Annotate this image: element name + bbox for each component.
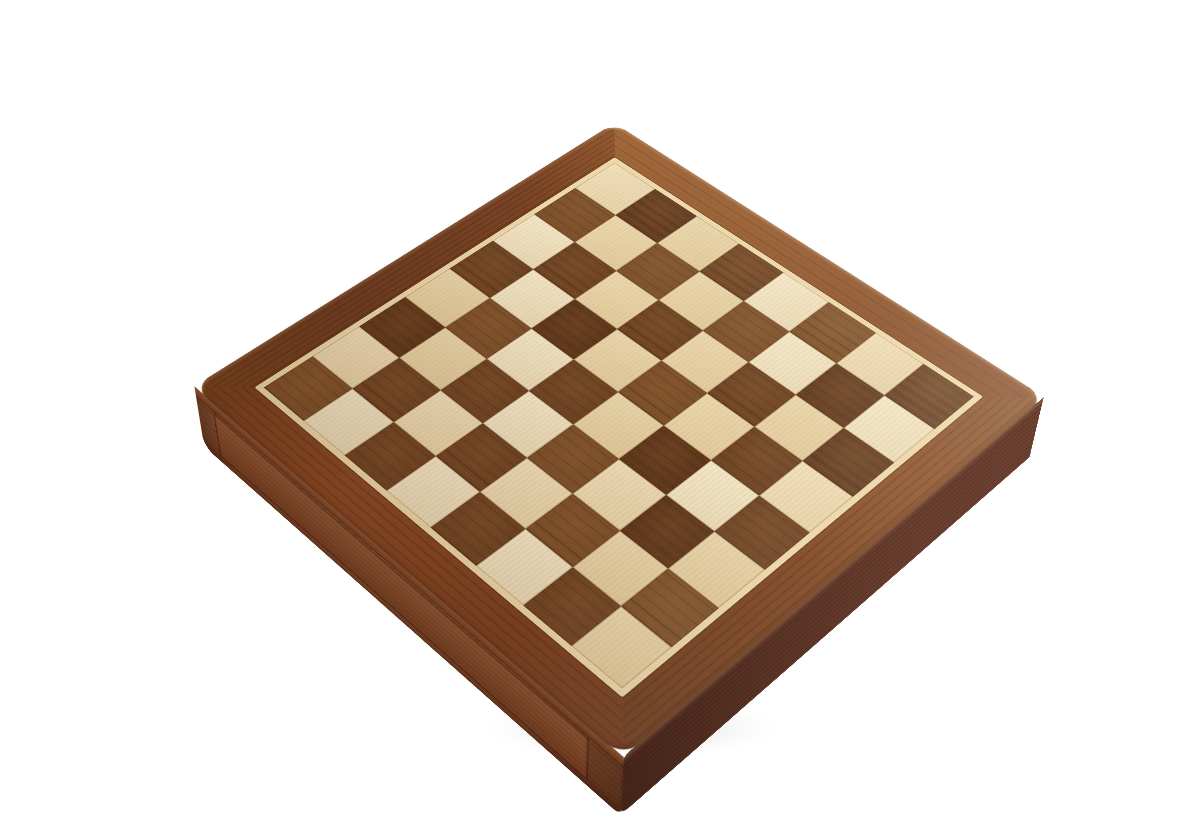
square-h3 xyxy=(669,531,766,607)
square-f1 xyxy=(476,529,572,605)
square-g2 xyxy=(572,530,668,606)
square-c1 xyxy=(344,422,435,491)
square-c2 xyxy=(393,390,483,457)
chessboard-scene xyxy=(298,72,938,712)
square-b1 xyxy=(303,389,393,456)
square-f5 xyxy=(664,393,754,460)
checkerboard xyxy=(264,163,974,689)
chess-box-3d xyxy=(194,123,1045,758)
square-f2 xyxy=(525,493,620,567)
square-g3 xyxy=(620,495,715,569)
square-h2 xyxy=(621,568,719,647)
square-g5 xyxy=(711,427,803,496)
square-d3 xyxy=(483,391,573,458)
square-g6 xyxy=(754,394,844,461)
square-h5 xyxy=(759,461,852,533)
square-h4 xyxy=(715,496,810,570)
square-d2 xyxy=(436,423,528,492)
square-f4 xyxy=(619,425,711,494)
square-e1 xyxy=(431,492,526,566)
square-h1 xyxy=(572,607,672,689)
square-h6 xyxy=(803,428,895,497)
playing-area-with-maple-border xyxy=(254,157,983,697)
square-e2 xyxy=(480,458,573,529)
square-d1 xyxy=(387,456,480,527)
product-photo-stage xyxy=(0,0,1200,824)
square-g1 xyxy=(523,567,621,646)
board-top-face xyxy=(194,123,1045,758)
square-f3 xyxy=(573,459,666,530)
square-e3 xyxy=(527,424,619,493)
square-g4 xyxy=(666,460,759,531)
square-e4 xyxy=(573,392,663,459)
square-h7 xyxy=(844,395,935,462)
